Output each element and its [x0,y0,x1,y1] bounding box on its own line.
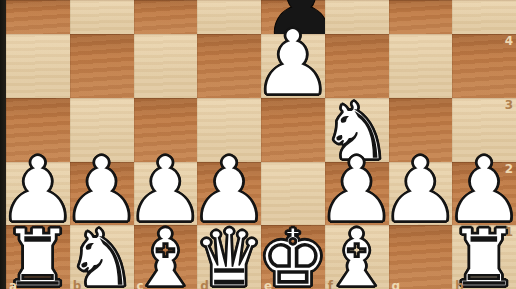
square-a4[interactable] [6,34,70,98]
rank-label-3: 3 [505,99,513,111]
file-label-g: g [392,280,401,289]
square-a1[interactable]: ♜a [6,225,70,289]
square-g2[interactable]: ♟ [389,162,453,226]
white-rook-a1[interactable]: ♜ [6,227,70,289]
square-d1[interactable]: ♛d [197,225,261,289]
chess-app-screenshot: ♟♟4♞3♟♟♟♟♟♟♟2♜a♞b♝c♛d♚e♝fg♜h1 [0,0,516,289]
square-h5[interactable] [452,0,516,34]
white-bishop-c1[interactable]: ♝ [134,227,198,289]
square-b1[interactable]: ♞b [70,225,134,289]
square-a5[interactable] [6,0,70,34]
white-rook-h1[interactable]: ♜ [452,227,516,289]
square-c1[interactable]: ♝c [134,225,198,289]
white-bishop-f1[interactable]: ♝ [325,227,389,289]
square-b5[interactable] [70,0,134,34]
white-pawn-e4[interactable]: ♟ [261,31,325,95]
square-h1[interactable]: ♜h1 [452,225,516,289]
square-c4[interactable] [134,34,198,98]
square-b4[interactable] [70,34,134,98]
square-c5[interactable] [134,0,198,34]
square-d5[interactable] [197,0,261,34]
square-f1[interactable]: ♝f [325,225,389,289]
square-h4[interactable]: 4 [452,34,516,98]
square-f5[interactable] [325,0,389,34]
square-d4[interactable] [197,34,261,98]
rank-label-4: 4 [505,35,513,47]
square-e4[interactable]: ♟ [261,34,325,98]
white-knight-b1[interactable]: ♞ [70,227,134,289]
chessboard: ♟♟4♞3♟♟♟♟♟♟♟2♜a♞b♝c♛d♚e♝fg♜h1 [6,0,516,289]
square-e3[interactable] [261,98,325,162]
square-g4[interactable] [389,34,453,98]
white-king-e1[interactable]: ♚ [261,227,325,289]
square-g1[interactable]: g [389,225,453,289]
white-pawn-g2[interactable]: ♟ [389,159,453,223]
white-queen-d1[interactable]: ♛ [197,227,261,289]
square-g5[interactable] [389,0,453,34]
square-e1[interactable]: ♚e [261,225,325,289]
